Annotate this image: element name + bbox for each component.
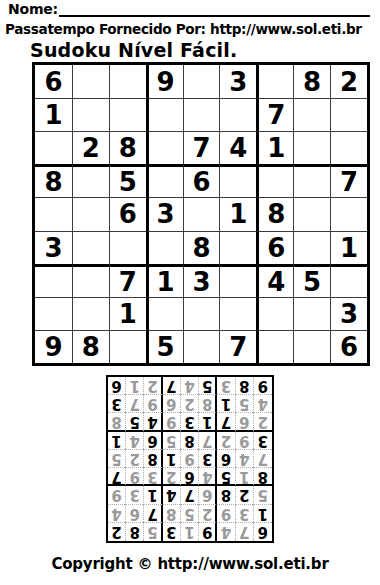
solution-cell-r5c8: 2 — [126, 450, 144, 468]
solution-cell-r9c2: 8 — [236, 377, 254, 395]
solution-cell-r5c2: 4 — [236, 450, 254, 468]
puzzle-cell-r2c8 — [293, 98, 330, 131]
puzzle-cell-r4c4 — [146, 164, 183, 197]
puzzle-cell-r7c7: 4 — [256, 264, 293, 297]
puzzle-cell-r5c7: 8 — [256, 197, 293, 230]
puzzle-cell-r6c7: 6 — [256, 231, 293, 264]
puzzle-cell-r1c9: 2 — [330, 65, 367, 98]
solution-cell-r9c7: 2 — [144, 377, 162, 395]
solution-cell-r2c3: 9 — [217, 505, 235, 523]
solution-cell-r6c5: 8 — [181, 432, 199, 450]
puzzle-cell-r3c4 — [146, 131, 183, 164]
solution-cell-r6c6: 5 — [163, 432, 181, 450]
puzzle-cell-r8c6 — [219, 297, 256, 330]
puzzle-cell-r7c5: 3 — [183, 264, 220, 297]
solution-cell-r1c6: 3 — [163, 523, 181, 541]
name-row: Nome: — [8, 1, 370, 17]
puzzle-cell-r7c2 — [72, 264, 109, 297]
solution-cell-r9c3: 3 — [217, 377, 235, 395]
solution-cell-r5c4: 3 — [199, 450, 217, 468]
puzzle-cell-r9c7 — [256, 330, 293, 363]
name-fill-line — [59, 1, 370, 17]
puzzle-cell-r1c6: 3 — [219, 65, 256, 98]
puzzle-cell-r6c5: 8 — [183, 231, 220, 264]
solution-cell-r8c4: 8 — [199, 395, 217, 413]
solution-cell-r2c7: 7 — [144, 505, 162, 523]
solution-cell-r4c8: 9 — [126, 468, 144, 486]
puzzle-cell-r8c3: 1 — [109, 297, 146, 330]
puzzle-cell-r8c4 — [146, 297, 183, 330]
puzzle-cell-r9c5 — [183, 330, 220, 363]
puzzle-cell-r7c8: 5 — [293, 264, 330, 297]
solution-cell-r2c5: 5 — [181, 505, 199, 523]
solution-cell-r4c6: 2 — [163, 468, 181, 486]
solution-cell-r5c5: 9 — [181, 450, 199, 468]
puzzle-cell-r8c2 — [72, 297, 109, 330]
solution-cell-r6c3: 2 — [217, 432, 235, 450]
solution-cell-r3c9: 9 — [108, 486, 126, 504]
solution-cell-r3c7: 1 — [144, 486, 162, 504]
puzzle-cell-r6c9: 1 — [330, 231, 367, 264]
solution-cell-r1c7: 5 — [144, 523, 162, 541]
puzzle-cell-r1c5 — [183, 65, 220, 98]
puzzle-cell-r2c2 — [72, 98, 109, 131]
puzzle-cell-r1c7 — [256, 65, 293, 98]
puzzle-grid: 693821728741856763183861713451398576 — [32, 62, 370, 366]
puzzle-cell-r7c6 — [219, 264, 256, 297]
solution-cell-r2c4: 2 — [199, 505, 217, 523]
puzzle-cell-r5c3: 6 — [109, 197, 146, 230]
puzzle-cell-r8c5 — [183, 297, 220, 330]
solution-cell-r1c1: 6 — [254, 523, 272, 541]
puzzle-cell-r5c8 — [293, 197, 330, 230]
solution-cell-r4c4: 4 — [199, 468, 217, 486]
puzzle-cell-r9c1: 9 — [35, 330, 72, 363]
provider-line: Passatempo Fornecido Por: http://www.sol… — [5, 21, 377, 37]
solution-cell-r1c3: 4 — [217, 523, 235, 541]
solution-cell-r8c5: 2 — [181, 395, 199, 413]
page-title: Sudoku Nível Fácil. — [30, 39, 237, 61]
puzzle-cell-r4c8 — [293, 164, 330, 197]
solution-cell-r5c1: 7 — [254, 450, 272, 468]
solution-cell-r9c5: 4 — [181, 377, 199, 395]
solution-grid: 6749135821392587645286741398154623977463… — [106, 375, 274, 543]
puzzle-cell-r7c4: 1 — [146, 264, 183, 297]
puzzle-cell-r4c3: 5 — [109, 164, 146, 197]
solution-cell-r1c4: 9 — [199, 523, 217, 541]
solution-cell-r7c7: 4 — [144, 413, 162, 431]
puzzle-cell-r7c3: 7 — [109, 264, 146, 297]
puzzle-cell-r3c3: 8 — [109, 131, 146, 164]
puzzle-cell-r2c3 — [109, 98, 146, 131]
solution-cell-r9c6: 7 — [163, 377, 181, 395]
puzzle-cell-r9c8 — [293, 330, 330, 363]
puzzle-cell-r6c4 — [146, 231, 183, 264]
puzzle-cell-r2c1: 1 — [35, 98, 72, 131]
solution-cell-r2c1: 1 — [254, 505, 272, 523]
solution-cell-r8c2: 5 — [236, 395, 254, 413]
solution-cell-r6c8: 4 — [126, 432, 144, 450]
puzzle-cell-r3c7: 1 — [256, 131, 293, 164]
solution-cell-r1c8: 8 — [126, 523, 144, 541]
solution-cell-r7c6: 9 — [163, 413, 181, 431]
solution-cell-r7c4: 1 — [199, 413, 217, 431]
solution-cell-r7c8: 5 — [126, 413, 144, 431]
solution-grid-rotated-wrapper: 6749135821392587645286741398154623977463… — [106, 375, 274, 543]
name-label: Nome: — [8, 1, 58, 17]
solution-cell-r2c9: 4 — [108, 505, 126, 523]
solution-cell-r8c9: 3 — [108, 395, 126, 413]
puzzle-cell-r9c3 — [109, 330, 146, 363]
solution-cell-r4c2: 1 — [236, 468, 254, 486]
solution-cell-r7c5: 3 — [181, 413, 199, 431]
solution-cell-r7c1: 2 — [254, 413, 272, 431]
puzzle-cell-r2c5 — [183, 98, 220, 131]
solution-cell-r5c6: 1 — [163, 450, 181, 468]
solution-cell-r4c5: 6 — [181, 468, 199, 486]
solution-cell-r3c8: 3 — [126, 486, 144, 504]
solution-cell-r2c6: 8 — [163, 505, 181, 523]
puzzle-cell-r6c2 — [72, 231, 109, 264]
puzzle-cell-r8c7 — [256, 297, 293, 330]
puzzle-cell-r4c5: 6 — [183, 164, 220, 197]
puzzle-cell-r3c5: 7 — [183, 131, 220, 164]
puzzle-cell-r8c8 — [293, 297, 330, 330]
puzzle-cell-r6c8 — [293, 231, 330, 264]
puzzle-cell-r5c2 — [72, 197, 109, 230]
sudoku-print-page: Nome: Passatempo Fornecido Por: http://w… — [0, 0, 380, 585]
puzzle-cell-r5c1 — [35, 197, 72, 230]
solution-cell-r6c9: 1 — [108, 432, 126, 450]
solution-cell-r8c1: 4 — [254, 395, 272, 413]
solution-cell-r4c9: 7 — [108, 468, 126, 486]
solution-cell-r9c9: 6 — [108, 377, 126, 395]
solution-cell-r5c9: 5 — [108, 450, 126, 468]
solution-cell-r2c2: 3 — [236, 505, 254, 523]
solution-cell-r3c4: 6 — [199, 486, 217, 504]
puzzle-cell-r4c6 — [219, 164, 256, 197]
puzzle-cell-r1c2 — [72, 65, 109, 98]
puzzle-cell-r3c2: 2 — [72, 131, 109, 164]
solution-cell-r4c1: 8 — [254, 468, 272, 486]
solution-cell-r3c1: 5 — [254, 486, 272, 504]
puzzle-cell-r2c7: 7 — [256, 98, 293, 131]
puzzle-cell-r3c8 — [293, 131, 330, 164]
puzzle-cell-r1c3 — [109, 65, 146, 98]
solution-cell-r3c5: 7 — [181, 486, 199, 504]
puzzle-cell-r3c1 — [35, 131, 72, 164]
solution-cell-r1c9: 2 — [108, 523, 126, 541]
puzzle-cell-r6c3 — [109, 231, 146, 264]
solution-cell-r4c3: 5 — [217, 468, 235, 486]
solution-cell-r4c7: 3 — [144, 468, 162, 486]
puzzle-cell-r2c9 — [330, 98, 367, 131]
solution-cell-r7c3: 7 — [217, 413, 235, 431]
puzzle-cell-r5c9 — [330, 197, 367, 230]
solution-cell-r7c2: 6 — [236, 413, 254, 431]
puzzle-cell-r4c9: 7 — [330, 164, 367, 197]
puzzle-cell-r1c8: 8 — [293, 65, 330, 98]
solution-cell-r9c1: 9 — [254, 377, 272, 395]
puzzle-cell-r4c2 — [72, 164, 109, 197]
solution-cell-r6c4: 7 — [199, 432, 217, 450]
puzzle-cell-r1c1: 6 — [35, 65, 72, 98]
puzzle-cell-r1c4: 9 — [146, 65, 183, 98]
solution-cell-r5c3: 6 — [217, 450, 235, 468]
solution-cell-r9c8: 1 — [126, 377, 144, 395]
puzzle-cell-r5c5 — [183, 197, 220, 230]
puzzle-cell-r9c6: 7 — [219, 330, 256, 363]
puzzle-cell-r6c1: 3 — [35, 231, 72, 264]
puzzle-cell-r3c9 — [330, 131, 367, 164]
solution-cell-r7c9: 8 — [108, 413, 126, 431]
copyright-line: Copyright © http://www.sol.eti.br — [0, 555, 380, 573]
solution-cell-r1c2: 7 — [236, 523, 254, 541]
puzzle-cell-r4c1: 8 — [35, 164, 72, 197]
puzzle-cell-r8c9: 3 — [330, 297, 367, 330]
solution-cell-r3c6: 4 — [163, 486, 181, 504]
puzzle-cell-r4c7 — [256, 164, 293, 197]
solution-cell-r6c1: 3 — [254, 432, 272, 450]
puzzle-cell-r9c4: 5 — [146, 330, 183, 363]
solution-cell-r8c6: 6 — [163, 395, 181, 413]
solution-cell-r9c4: 5 — [199, 377, 217, 395]
solution-cell-r1c5: 1 — [181, 523, 199, 541]
puzzle-cell-r2c6 — [219, 98, 256, 131]
puzzle-cell-r6c6 — [219, 231, 256, 264]
solution-cell-r2c8: 6 — [126, 505, 144, 523]
puzzle-cell-r5c6: 1 — [219, 197, 256, 230]
puzzle-cell-r5c4: 3 — [146, 197, 183, 230]
solution-cell-r8c3: 1 — [217, 395, 235, 413]
puzzle-cell-r7c1 — [35, 264, 72, 297]
solution-cell-r6c7: 6 — [144, 432, 162, 450]
puzzle-cell-r2c4 — [146, 98, 183, 131]
solution-cell-r6c2: 9 — [236, 432, 254, 450]
puzzle-cell-r7c9 — [330, 264, 367, 297]
puzzle-cell-r3c6: 4 — [219, 131, 256, 164]
puzzle-cell-r9c2: 8 — [72, 330, 109, 363]
solution-cell-r3c3: 8 — [217, 486, 235, 504]
puzzle-cell-r8c1 — [35, 297, 72, 330]
solution-cell-r5c7: 8 — [144, 450, 162, 468]
solution-cell-r8c8: 7 — [126, 395, 144, 413]
solution-cell-r3c2: 2 — [236, 486, 254, 504]
puzzle-cell-r9c9: 6 — [330, 330, 367, 363]
solution-cell-r8c7: 9 — [144, 395, 162, 413]
